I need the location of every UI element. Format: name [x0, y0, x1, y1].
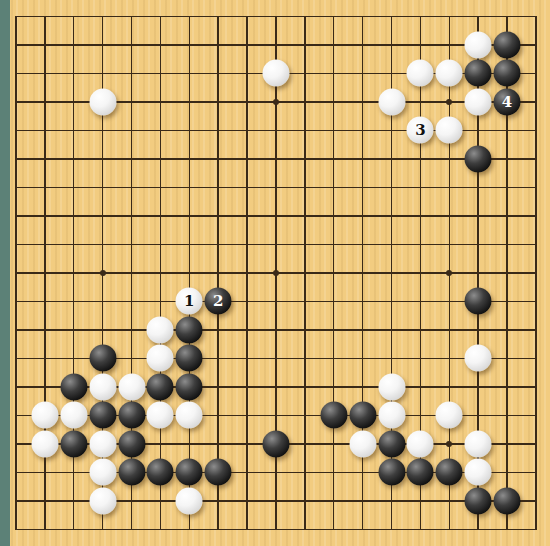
intersection[interactable]	[493, 287, 522, 316]
intersection[interactable]	[175, 344, 204, 373]
intersection[interactable]	[30, 401, 59, 430]
intersection[interactable]	[204, 430, 233, 459]
intersection[interactable]	[233, 316, 262, 345]
intersection[interactable]	[175, 401, 204, 430]
white-stone[interactable]	[349, 430, 376, 457]
black-stone[interactable]	[118, 459, 145, 486]
intersection[interactable]	[146, 2, 175, 31]
intersection[interactable]	[117, 458, 146, 487]
white-stone[interactable]	[378, 373, 405, 400]
intersection[interactable]	[348, 344, 377, 373]
intersection[interactable]	[59, 145, 88, 174]
intersection[interactable]	[175, 2, 204, 31]
intersection[interactable]	[290, 458, 319, 487]
black-stone[interactable]	[494, 60, 521, 87]
intersection[interactable]	[88, 287, 117, 316]
intersection[interactable]	[262, 116, 291, 145]
intersection[interactable]	[30, 173, 59, 202]
intersection[interactable]	[348, 430, 377, 459]
intersection[interactable]	[406, 316, 435, 345]
intersection[interactable]	[493, 259, 522, 288]
intersection[interactable]	[348, 259, 377, 288]
intersection[interactable]	[30, 287, 59, 316]
intersection[interactable]	[233, 2, 262, 31]
intersection[interactable]	[319, 145, 348, 174]
intersection[interactable]	[30, 259, 59, 288]
white-stone[interactable]	[89, 459, 116, 486]
intersection[interactable]	[493, 430, 522, 459]
white-stone[interactable]	[118, 373, 145, 400]
intersection[interactable]	[464, 230, 493, 259]
intersection[interactable]	[88, 88, 117, 117]
intersection[interactable]	[30, 487, 59, 516]
intersection[interactable]	[204, 202, 233, 231]
intersection[interactable]	[204, 487, 233, 516]
black-stone[interactable]	[407, 459, 434, 486]
intersection[interactable]	[262, 145, 291, 174]
intersection[interactable]	[348, 230, 377, 259]
intersection[interactable]	[377, 202, 406, 231]
intersection[interactable]	[290, 173, 319, 202]
intersection[interactable]	[522, 458, 550, 487]
intersection[interactable]	[59, 202, 88, 231]
intersection[interactable]	[88, 259, 117, 288]
intersection[interactable]	[290, 202, 319, 231]
white-stone[interactable]: 3	[407, 117, 434, 144]
intersection[interactable]	[290, 430, 319, 459]
intersection[interactable]	[262, 401, 291, 430]
intersection[interactable]	[377, 31, 406, 60]
white-stone[interactable]	[176, 487, 203, 514]
white-stone[interactable]	[176, 402, 203, 429]
intersection[interactable]	[88, 173, 117, 202]
intersection[interactable]	[377, 430, 406, 459]
intersection[interactable]	[406, 287, 435, 316]
black-stone[interactable]	[176, 345, 203, 372]
intersection[interactable]	[30, 31, 59, 60]
intersection[interactable]	[117, 202, 146, 231]
intersection[interactable]	[522, 430, 550, 459]
intersection[interactable]	[290, 116, 319, 145]
intersection[interactable]	[146, 401, 175, 430]
intersection[interactable]	[377, 173, 406, 202]
intersection[interactable]	[59, 316, 88, 345]
intersection[interactable]	[348, 458, 377, 487]
intersection[interactable]	[88, 487, 117, 516]
intersection[interactable]	[117, 88, 146, 117]
black-stone[interactable]	[494, 487, 521, 514]
intersection[interactable]	[348, 316, 377, 345]
intersection[interactable]	[233, 230, 262, 259]
intersection[interactable]	[319, 458, 348, 487]
intersection[interactable]	[464, 487, 493, 516]
intersection[interactable]	[435, 259, 464, 288]
intersection[interactable]	[59, 287, 88, 316]
intersection[interactable]	[406, 2, 435, 31]
intersection[interactable]	[406, 31, 435, 60]
intersection[interactable]	[233, 287, 262, 316]
intersection[interactable]	[59, 116, 88, 145]
intersection[interactable]	[233, 173, 262, 202]
intersection[interactable]	[59, 401, 88, 430]
intersection[interactable]	[377, 259, 406, 288]
intersection[interactable]	[348, 31, 377, 60]
intersection[interactable]	[406, 230, 435, 259]
intersection[interactable]	[290, 316, 319, 345]
intersection[interactable]	[493, 515, 522, 544]
intersection[interactable]	[175, 230, 204, 259]
black-stone[interactable]	[465, 145, 492, 172]
intersection[interactable]	[348, 202, 377, 231]
intersection[interactable]	[204, 515, 233, 544]
intersection[interactable]	[88, 116, 117, 145]
intersection[interactable]	[493, 230, 522, 259]
intersection[interactable]	[435, 515, 464, 544]
intersection[interactable]	[435, 458, 464, 487]
intersection[interactable]	[88, 316, 117, 345]
black-stone[interactable]	[176, 316, 203, 343]
intersection[interactable]	[319, 173, 348, 202]
intersection[interactable]	[435, 202, 464, 231]
intersection[interactable]	[30, 88, 59, 117]
intersection[interactable]	[406, 259, 435, 288]
intersection[interactable]	[88, 401, 117, 430]
intersection[interactable]	[348, 401, 377, 430]
black-stone[interactable]	[176, 459, 203, 486]
intersection[interactable]	[493, 344, 522, 373]
intersection[interactable]	[204, 2, 233, 31]
intersection[interactable]	[435, 401, 464, 430]
intersection[interactable]	[464, 31, 493, 60]
intersection[interactable]	[175, 430, 204, 459]
intersection[interactable]	[319, 259, 348, 288]
intersection[interactable]	[204, 344, 233, 373]
white-stone[interactable]	[60, 402, 87, 429]
intersection[interactable]	[233, 59, 262, 88]
intersection[interactable]	[175, 373, 204, 402]
white-stone[interactable]	[465, 459, 492, 486]
black-stone[interactable]	[262, 430, 289, 457]
intersection[interactable]	[117, 401, 146, 430]
intersection[interactable]	[290, 31, 319, 60]
intersection[interactable]	[146, 430, 175, 459]
intersection[interactable]	[348, 145, 377, 174]
intersection[interactable]	[175, 487, 204, 516]
intersection[interactable]	[522, 287, 550, 316]
intersection[interactable]	[290, 344, 319, 373]
intersection[interactable]	[290, 2, 319, 31]
intersection[interactable]	[88, 373, 117, 402]
intersection[interactable]	[262, 316, 291, 345]
intersection[interactable]	[406, 487, 435, 516]
intersection[interactable]	[117, 259, 146, 288]
intersection[interactable]	[30, 373, 59, 402]
intersection[interactable]	[30, 316, 59, 345]
intersection[interactable]	[30, 145, 59, 174]
intersection[interactable]	[319, 515, 348, 544]
intersection[interactable]	[175, 116, 204, 145]
black-stone[interactable]	[118, 430, 145, 457]
intersection[interactable]	[88, 344, 117, 373]
intersection[interactable]: 1	[175, 287, 204, 316]
white-stone[interactable]	[465, 31, 492, 58]
black-stone[interactable]	[320, 402, 347, 429]
intersection[interactable]	[262, 173, 291, 202]
intersection[interactable]	[522, 173, 550, 202]
intersection[interactable]	[406, 401, 435, 430]
black-stone[interactable]	[205, 459, 232, 486]
black-stone[interactable]: 4	[494, 88, 521, 115]
intersection[interactable]	[262, 487, 291, 516]
intersection[interactable]	[30, 230, 59, 259]
intersection[interactable]	[175, 88, 204, 117]
intersection[interactable]	[464, 2, 493, 31]
intersection[interactable]	[233, 202, 262, 231]
intersection[interactable]	[30, 458, 59, 487]
intersection[interactable]	[88, 145, 117, 174]
intersection[interactable]	[435, 59, 464, 88]
intersection[interactable]	[233, 458, 262, 487]
intersection[interactable]	[290, 230, 319, 259]
intersection[interactable]	[522, 116, 550, 145]
intersection[interactable]	[464, 173, 493, 202]
black-stone[interactable]	[465, 288, 492, 315]
intersection[interactable]	[175, 259, 204, 288]
white-stone[interactable]	[31, 430, 58, 457]
intersection[interactable]	[204, 401, 233, 430]
intersection[interactable]	[146, 515, 175, 544]
intersection[interactable]	[146, 173, 175, 202]
intersection[interactable]	[59, 88, 88, 117]
intersection[interactable]	[377, 230, 406, 259]
white-stone[interactable]	[147, 345, 174, 372]
intersection[interactable]	[146, 373, 175, 402]
intersection[interactable]	[406, 458, 435, 487]
black-stone[interactable]	[465, 487, 492, 514]
white-stone[interactable]: 1	[176, 288, 203, 315]
intersection[interactable]	[233, 31, 262, 60]
intersection[interactable]	[435, 230, 464, 259]
intersection[interactable]	[319, 287, 348, 316]
intersection[interactable]	[204, 316, 233, 345]
intersection[interactable]	[493, 2, 522, 31]
intersection[interactable]	[493, 316, 522, 345]
intersection[interactable]	[290, 515, 319, 544]
black-stone[interactable]	[89, 345, 116, 372]
intersection[interactable]	[464, 259, 493, 288]
white-stone[interactable]	[89, 487, 116, 514]
intersection[interactable]	[435, 88, 464, 117]
intersection[interactable]	[406, 88, 435, 117]
intersection[interactable]	[88, 515, 117, 544]
intersection[interactable]	[406, 59, 435, 88]
intersection[interactable]	[262, 344, 291, 373]
intersection[interactable]	[117, 173, 146, 202]
intersection[interactable]	[406, 515, 435, 544]
intersection[interactable]: 2	[204, 287, 233, 316]
intersection[interactable]	[319, 230, 348, 259]
intersection[interactable]	[59, 344, 88, 373]
intersection[interactable]	[522, 515, 550, 544]
intersection[interactable]	[348, 373, 377, 402]
intersection[interactable]	[522, 2, 550, 31]
intersection[interactable]	[464, 59, 493, 88]
intersection[interactable]	[522, 316, 550, 345]
black-stone[interactable]	[176, 373, 203, 400]
intersection[interactable]	[59, 259, 88, 288]
intersection[interactable]	[319, 430, 348, 459]
intersection[interactable]	[146, 344, 175, 373]
intersection[interactable]	[464, 145, 493, 174]
intersection[interactable]	[233, 116, 262, 145]
intersection[interactable]	[406, 430, 435, 459]
intersection[interactable]	[377, 515, 406, 544]
intersection[interactable]	[377, 88, 406, 117]
black-stone[interactable]	[89, 402, 116, 429]
intersection[interactable]	[522, 59, 550, 88]
intersection[interactable]	[464, 202, 493, 231]
intersection[interactable]	[522, 487, 550, 516]
intersection[interactable]	[233, 373, 262, 402]
intersection[interactable]	[233, 259, 262, 288]
intersection[interactable]	[30, 59, 59, 88]
intersection[interactable]	[319, 344, 348, 373]
intersection[interactable]	[522, 88, 550, 117]
black-stone[interactable]	[436, 459, 463, 486]
intersection[interactable]	[117, 344, 146, 373]
white-stone[interactable]	[147, 402, 174, 429]
intersection[interactable]	[59, 2, 88, 31]
intersection[interactable]	[262, 515, 291, 544]
intersection[interactable]	[30, 515, 59, 544]
intersection[interactable]	[204, 59, 233, 88]
intersection[interactable]	[522, 373, 550, 402]
intersection[interactable]	[493, 59, 522, 88]
intersection[interactable]	[146, 59, 175, 88]
intersection[interactable]	[233, 487, 262, 516]
intersection[interactable]	[464, 344, 493, 373]
intersection[interactable]	[522, 230, 550, 259]
black-stone[interactable]	[60, 373, 87, 400]
intersection[interactable]	[464, 515, 493, 544]
intersection[interactable]	[464, 430, 493, 459]
intersection[interactable]	[146, 259, 175, 288]
intersection[interactable]	[262, 2, 291, 31]
intersection[interactable]	[464, 401, 493, 430]
intersection[interactable]	[319, 116, 348, 145]
intersection[interactable]	[319, 202, 348, 231]
intersection[interactable]	[348, 116, 377, 145]
intersection[interactable]	[290, 401, 319, 430]
intersection[interactable]	[493, 116, 522, 145]
intersection[interactable]	[175, 173, 204, 202]
intersection[interactable]	[348, 2, 377, 31]
intersection[interactable]	[204, 173, 233, 202]
intersection[interactable]	[435, 373, 464, 402]
intersection[interactable]	[406, 373, 435, 402]
white-stone[interactable]	[436, 60, 463, 87]
intersection[interactable]	[435, 31, 464, 60]
intersection[interactable]	[435, 487, 464, 516]
intersection[interactable]	[30, 116, 59, 145]
intersection[interactable]	[522, 145, 550, 174]
intersection[interactable]	[233, 401, 262, 430]
intersection[interactable]	[204, 145, 233, 174]
intersection[interactable]	[175, 59, 204, 88]
intersection[interactable]	[290, 487, 319, 516]
black-stone[interactable]: 2	[205, 288, 232, 315]
intersection[interactable]	[233, 515, 262, 544]
intersection[interactable]	[464, 116, 493, 145]
intersection[interactable]	[435, 145, 464, 174]
intersection[interactable]	[262, 458, 291, 487]
intersection[interactable]	[88, 230, 117, 259]
intersection[interactable]	[204, 116, 233, 145]
intersection[interactable]	[117, 515, 146, 544]
intersection[interactable]	[377, 344, 406, 373]
intersection[interactable]	[59, 373, 88, 402]
intersection[interactable]	[204, 88, 233, 117]
intersection[interactable]	[435, 116, 464, 145]
intersection[interactable]	[175, 31, 204, 60]
intersection[interactable]	[117, 230, 146, 259]
intersection[interactable]	[233, 344, 262, 373]
intersection[interactable]	[377, 287, 406, 316]
intersection[interactable]	[435, 316, 464, 345]
white-stone[interactable]	[465, 88, 492, 115]
intersection[interactable]	[175, 458, 204, 487]
intersection[interactable]	[493, 202, 522, 231]
intersection[interactable]	[290, 373, 319, 402]
intersection[interactable]	[262, 287, 291, 316]
intersection[interactable]	[204, 230, 233, 259]
intersection[interactable]	[522, 202, 550, 231]
white-stone[interactable]	[436, 402, 463, 429]
intersection[interactable]	[117, 59, 146, 88]
intersection[interactable]	[493, 173, 522, 202]
intersection[interactable]	[175, 316, 204, 345]
intersection[interactable]	[88, 202, 117, 231]
intersection[interactable]	[233, 430, 262, 459]
intersection[interactable]	[493, 31, 522, 60]
intersection[interactable]	[59, 515, 88, 544]
intersection[interactable]	[30, 344, 59, 373]
intersection[interactable]	[262, 88, 291, 117]
intersection[interactable]	[319, 59, 348, 88]
intersection[interactable]	[319, 401, 348, 430]
intersection[interactable]	[146, 202, 175, 231]
white-stone[interactable]	[262, 60, 289, 87]
intersection[interactable]	[522, 344, 550, 373]
intersection[interactable]	[290, 88, 319, 117]
intersection[interactable]	[319, 487, 348, 516]
intersection[interactable]	[88, 430, 117, 459]
intersection[interactable]	[88, 458, 117, 487]
intersection[interactable]	[175, 515, 204, 544]
intersection[interactable]	[493, 458, 522, 487]
intersection[interactable]	[493, 373, 522, 402]
intersection[interactable]	[464, 458, 493, 487]
black-stone[interactable]	[147, 373, 174, 400]
intersection[interactable]	[435, 344, 464, 373]
black-stone[interactable]	[378, 459, 405, 486]
white-stone[interactable]	[89, 430, 116, 457]
intersection[interactable]	[117, 487, 146, 516]
intersection[interactable]	[377, 59, 406, 88]
white-stone[interactable]	[147, 316, 174, 343]
intersection[interactable]	[59, 430, 88, 459]
intersection[interactable]: 3	[406, 116, 435, 145]
